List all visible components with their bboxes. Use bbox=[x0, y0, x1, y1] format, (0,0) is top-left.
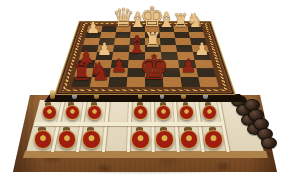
piece-dark-pawn-c2[interactable]: ♟ bbox=[110, 57, 128, 75]
compartment-divider bbox=[151, 100, 155, 152]
piece-dark-king-e1[interactable]: ♚ bbox=[137, 50, 171, 84]
stored-piece-base[interactable] bbox=[65, 105, 80, 120]
stored-piece-base[interactable] bbox=[34, 130, 53, 149]
stored-piece-base[interactable] bbox=[131, 130, 150, 149]
compartment-divider-horizontal bbox=[34, 122, 222, 126]
stored-piece-base[interactable] bbox=[58, 130, 77, 149]
checker-piece[interactable] bbox=[261, 137, 277, 149]
piece-light-knight-h8[interactable]: ♞ bbox=[185, 11, 205, 31]
stored-piece-base[interactable] bbox=[180, 130, 199, 149]
piece-light-pawn-a7[interactable]: ♟ bbox=[86, 21, 102, 37]
piece-dark-knight-b1[interactable]: ♞ bbox=[87, 60, 112, 85]
piece-dark-pawn-g2[interactable]: ♟ bbox=[179, 57, 197, 75]
stored-piece-base[interactable] bbox=[82, 130, 101, 149]
stored-piece-base[interactable] bbox=[204, 130, 223, 149]
stored-piece-base[interactable] bbox=[155, 130, 174, 149]
chess-set-photo: ♛♝♚♝♜♞♟♜♟♝♟♟♟♟♜♞♚ bbox=[0, 0, 290, 179]
